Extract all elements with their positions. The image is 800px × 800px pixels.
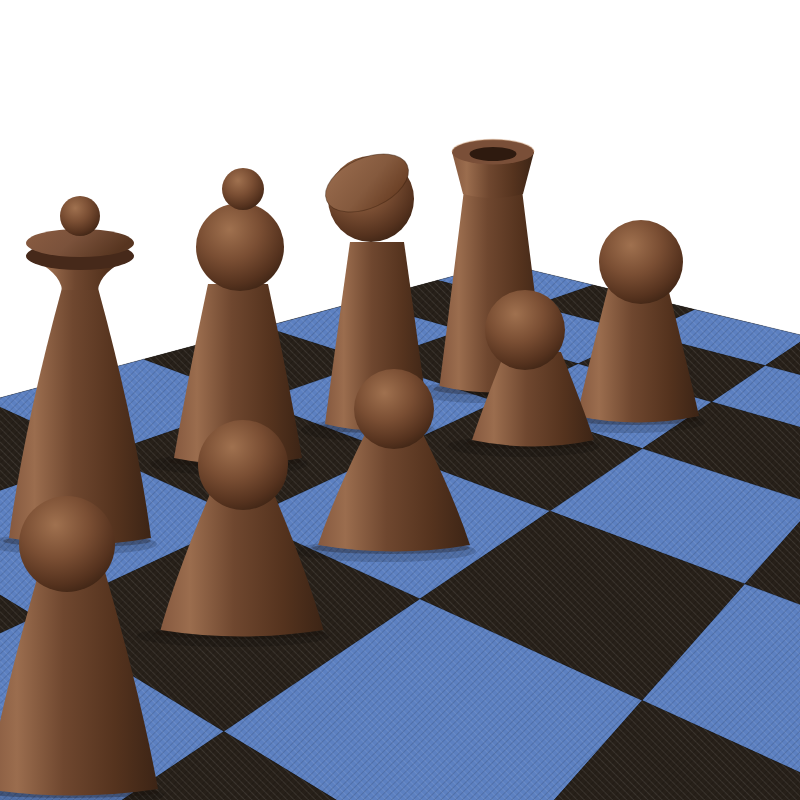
pawn-ball-head (354, 369, 434, 449)
queen-cup-hollow (470, 147, 517, 161)
pawn-ball-head (19, 496, 115, 592)
pawn-ball-head (485, 290, 565, 370)
chessboard-photo-svg (0, 0, 800, 800)
chess-set-photo (0, 0, 800, 800)
knight-large-sphere (196, 203, 284, 291)
pawn-ball-head (198, 420, 288, 510)
pawn-ball-head (599, 220, 683, 304)
knight-small-sphere (222, 168, 264, 210)
king-ball-finial (60, 196, 100, 236)
